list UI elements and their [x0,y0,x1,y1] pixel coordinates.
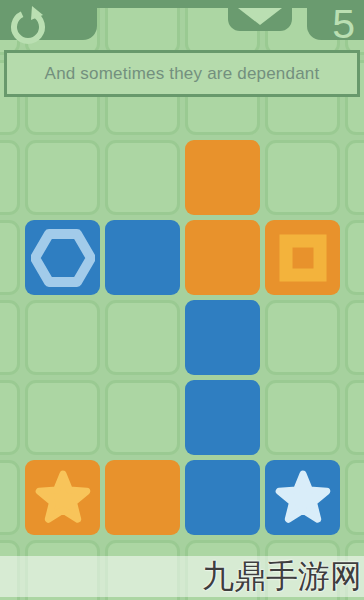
square-icon [271,226,335,290]
tile-r1c1-blue[interactable] [105,220,180,295]
background-cell [345,460,364,535]
background-cell [345,140,364,215]
star-icon [31,466,95,530]
tile-r4c3-blue-star[interactable] [265,460,340,535]
watermark-text: 九鼎手游网 [202,555,362,599]
tile-r1c2-orange[interactable] [185,220,260,295]
background-cell [345,300,364,375]
background-cell [0,300,20,375]
hexagon-icon [31,226,95,290]
watermark-band: 九鼎手游网 [0,556,364,597]
chevron-down-icon [237,8,283,26]
restart-button[interactable] [7,5,49,47]
tile-r1c3-orange-square[interactable] [265,220,340,295]
moves-counter: 5 [332,1,355,47]
tile-r4c1-orange[interactable] [105,460,180,535]
tile-r1c0-blue-hexagon[interactable] [25,220,100,295]
tile-r2c2-blue[interactable] [185,300,260,375]
hint-text: And sometimes they are dependant [45,64,320,84]
hint-collapse-button[interactable] [228,0,292,31]
star-icon [271,466,335,530]
background-cell [345,220,364,295]
puzzle-board [25,140,340,535]
background-cell [345,380,364,455]
background-cell [0,140,20,215]
tile-r0c2-orange[interactable] [185,140,260,215]
tile-r4c0-orange-star[interactable] [25,460,100,535]
hint-panel: And sometimes they are dependant [4,50,360,97]
restart-icon [7,5,49,47]
background-cell [0,220,20,295]
background-cell [0,460,20,535]
background-cell [105,0,180,55]
background-cell [0,380,20,455]
tile-r4c2-blue[interactable] [185,460,260,535]
tile-r3c2-blue[interactable] [185,380,260,455]
